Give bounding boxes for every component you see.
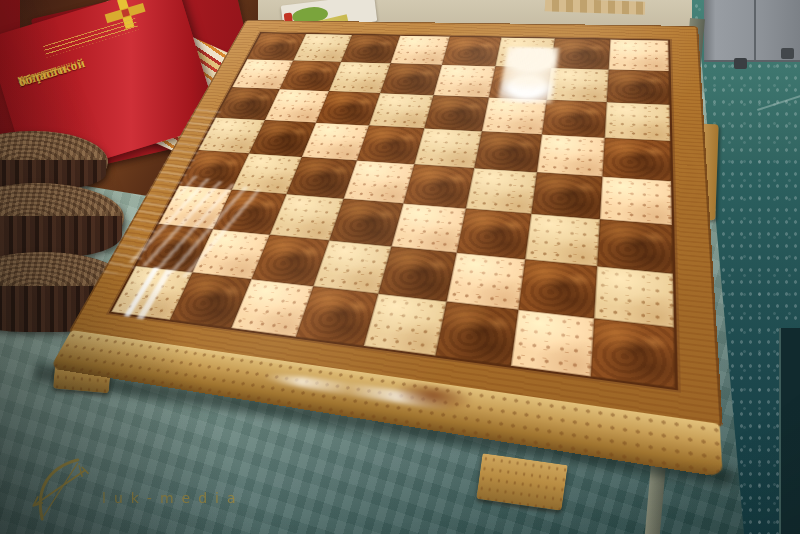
stage: Народные художественные промыслы Кировск… <box>0 0 800 534</box>
book-line: области <box>16 61 68 90</box>
watermark-text: luk-media <box>102 490 244 506</box>
dark-object-right-edge <box>779 328 800 534</box>
watermark: luk-media <box>10 452 270 530</box>
stand-foot <box>781 48 794 59</box>
bow-and-arrow-icon <box>18 454 96 528</box>
book-fineprint <box>43 18 138 58</box>
stand-foot <box>734 58 747 69</box>
